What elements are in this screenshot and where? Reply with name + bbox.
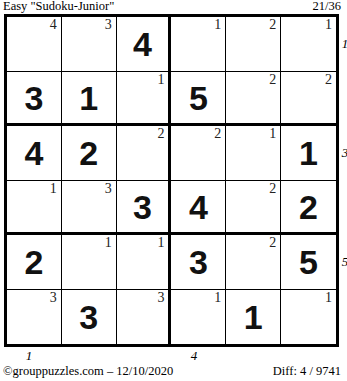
cell-r1c2[interactable]: 3 [62, 17, 117, 72]
pencil-mark: 2 [269, 73, 276, 86]
pencil-mark: 1 [105, 236, 112, 249]
cell-r6c2[interactable]: 3 [62, 290, 117, 345]
difficulty-text: Diff: 4 / 9741 [273, 364, 341, 378]
cell-digit: 3 [24, 81, 43, 115]
cell-r4c1[interactable]: 1 [7, 181, 62, 236]
cell-r4c4[interactable]: 4 [171, 181, 226, 236]
cell-digit: 1 [299, 136, 318, 170]
cell-digit: 5 [299, 245, 318, 279]
cell-digit: 2 [24, 245, 43, 279]
pencil-mark: 2 [325, 73, 332, 86]
pencil-mark: 4 [50, 18, 57, 31]
cell-digit: 3 [133, 190, 152, 224]
cell-r5c5[interactable]: 2 [226, 235, 281, 290]
cell-r1c1[interactable]: 4 [7, 17, 62, 72]
cell-digit: 2 [299, 190, 318, 224]
cell-r6c6[interactable]: 1 [281, 290, 336, 345]
pencil-mark: 2 [269, 18, 276, 31]
pencil-mark: 2 [269, 236, 276, 249]
sudoku-grid: 434121311522422211133422211325333111 [4, 14, 339, 347]
cell-r4c5[interactable]: 2 [226, 181, 281, 236]
pencil-mark: 1 [157, 236, 164, 249]
row-label-1: 1 [340, 37, 347, 51]
pencil-mark: 3 [105, 18, 112, 31]
pencil-mark: 3 [50, 291, 57, 304]
cell-r2c3[interactable]: 1 [117, 72, 172, 127]
cell-r3c2[interactable]: 2 [62, 126, 117, 181]
cell-digit: 5 [189, 81, 208, 115]
cell-digit: 4 [189, 190, 208, 224]
cell-r5c2[interactable]: 1 [62, 235, 117, 290]
cell-digit: 1 [244, 300, 263, 334]
pencil-mark: 1 [325, 18, 332, 31]
cell-r5c3[interactable]: 1 [117, 235, 172, 290]
cell-r3c3[interactable]: 2 [117, 126, 172, 181]
pencil-mark: 1 [50, 182, 57, 195]
cell-r6c4[interactable]: 1 [171, 290, 226, 345]
cell-r1c6[interactable]: 1 [281, 17, 336, 72]
cell-r3c1[interactable]: 4 [7, 126, 62, 181]
pencil-mark: 1 [157, 73, 164, 86]
cell-r2c2[interactable]: 1 [62, 72, 117, 127]
cell-r3c4[interactable]: 2 [171, 126, 226, 181]
cell-r1c4[interactable]: 1 [171, 17, 226, 72]
row-label-3: 3 [340, 146, 347, 160]
col-label-4: 4 [188, 349, 200, 363]
cell-digit: 4 [24, 136, 43, 170]
cell-r5c4[interactable]: 3 [171, 235, 226, 290]
puzzle-title: Easy "Sudoku-Junior" [3, 0, 114, 13]
cell-r2c6[interactable]: 2 [281, 72, 336, 127]
cell-r6c1[interactable]: 3 [7, 290, 62, 345]
copyright-text: ©grouppuzzles.com – 12/10/2020 [3, 364, 173, 378]
cell-digit: 1 [79, 81, 98, 115]
pencil-mark: 2 [214, 127, 221, 140]
pencil-mark: 1 [214, 291, 221, 304]
pencil-mark: 3 [157, 291, 164, 304]
pencil-mark: 2 [269, 182, 276, 195]
cell-r2c5[interactable]: 2 [226, 72, 281, 127]
cell-r5c1[interactable]: 2 [7, 235, 62, 290]
cell-r3c5[interactable]: 1 [226, 126, 281, 181]
cell-digit: 2 [79, 136, 98, 170]
pencil-mark: 1 [269, 127, 276, 140]
row-label-5: 5 [340, 255, 347, 269]
cell-digit: 3 [189, 245, 208, 279]
cell-r2c4[interactable]: 5 [171, 72, 226, 127]
pencil-mark: 2 [157, 127, 164, 140]
pencil-mark: 1 [325, 291, 332, 304]
cell-r1c5[interactable]: 2 [226, 17, 281, 72]
cell-digit: 4 [133, 27, 152, 61]
cell-r3c6[interactable]: 1 [281, 126, 336, 181]
cell-r4c3[interactable]: 3 [117, 181, 172, 236]
header-bar: Easy "Sudoku-Junior" 21/36 [3, 0, 341, 13]
cell-r2c1[interactable]: 3 [7, 72, 62, 127]
cell-r4c2[interactable]: 3 [62, 181, 117, 236]
cell-digit: 3 [79, 300, 98, 334]
cell-r5c6[interactable]: 5 [281, 235, 336, 290]
col-label-1: 1 [23, 349, 35, 363]
cell-r1c3[interactable]: 4 [117, 17, 172, 72]
pencil-mark: 1 [214, 18, 221, 31]
cell-r6c3[interactable]: 3 [117, 290, 172, 345]
pencil-mark: 3 [105, 182, 112, 195]
cell-r6c5[interactable]: 1 [226, 290, 281, 345]
progress-counter: 21/36 [313, 0, 341, 13]
cell-r4c6[interactable]: 2 [281, 181, 336, 236]
footer-bar: ©grouppuzzles.com – 12/10/2020 Diff: 4 /… [3, 364, 341, 378]
